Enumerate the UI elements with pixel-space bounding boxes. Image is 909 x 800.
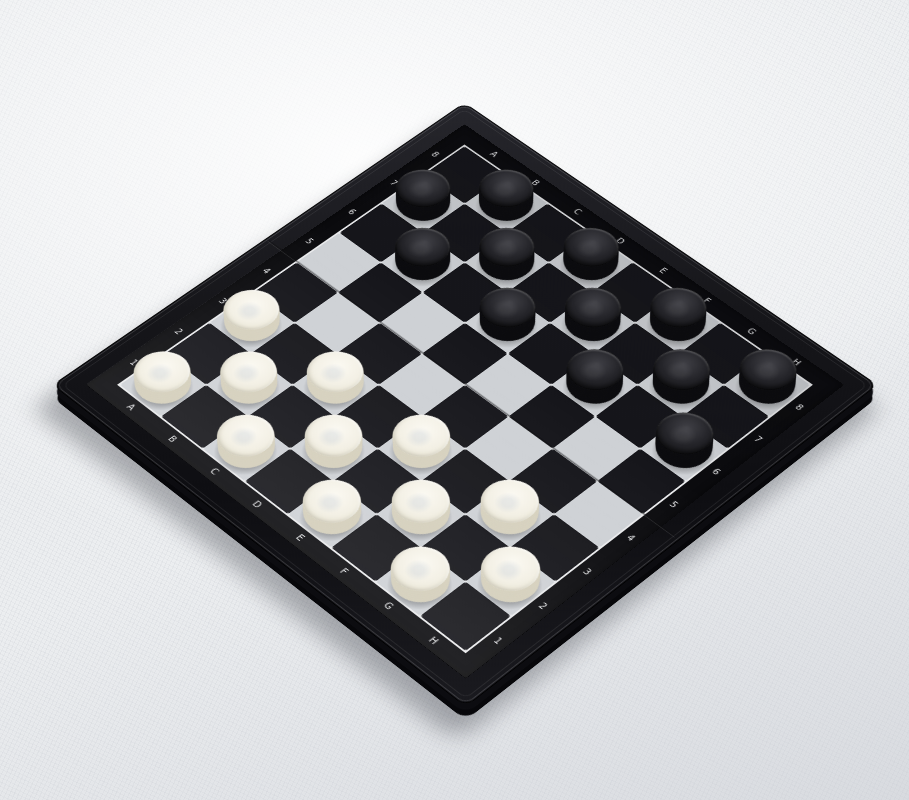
checkers-board: AABBCCDDEEFFGGHH1122334455667788 [52,102,878,707]
photo-scene: AABBCCDDEEFFGGHH1122334455667788 [0,0,909,800]
